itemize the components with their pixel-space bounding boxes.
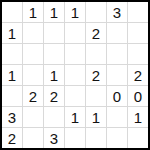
clue-number: 1 [71, 110, 79, 125]
cell-r2c1[interactable]: 1 [2, 23, 22, 43]
clue-number: 1 [134, 110, 142, 125]
clue-number: 3 [8, 110, 16, 125]
cell-r4c2[interactable] [23, 65, 43, 85]
cell-r3c1[interactable] [2, 44, 22, 64]
cell-r6c1[interactable]: 3 [2, 107, 22, 127]
clue-number: 2 [134, 68, 142, 83]
cell-r7c1[interactable]: 2 [2, 128, 22, 148]
cell-r7c4[interactable] [65, 128, 85, 148]
cell-r3c7[interactable] [128, 44, 148, 64]
cell-r5c6[interactable]: 0 [107, 86, 127, 106]
clue-number: 0 [113, 89, 121, 104]
cell-r5c1[interactable] [2, 86, 22, 106]
clue-number: 1 [71, 5, 79, 20]
cell-r7c2[interactable] [23, 128, 43, 148]
cell-r6c2[interactable] [23, 107, 43, 127]
cell-r5c7[interactable]: 0 [128, 86, 148, 106]
clue-number: 1 [29, 5, 37, 20]
cell-r6c7[interactable]: 1 [128, 107, 148, 127]
cell-r4c3[interactable]: 1 [44, 65, 64, 85]
clue-number: 1 [50, 5, 58, 20]
cell-r1c3[interactable]: 1 [44, 2, 64, 22]
cell-r3c5[interactable] [86, 44, 106, 64]
cell-r5c5[interactable] [86, 86, 106, 106]
clue-number: 2 [92, 68, 100, 83]
cell-r7c7[interactable] [128, 128, 148, 148]
clue-number: 1 [50, 68, 58, 83]
cell-r1c6[interactable]: 3 [107, 2, 127, 22]
clue-number: 1 [8, 26, 16, 41]
cell-r6c6[interactable] [107, 107, 127, 127]
clue-number: 2 [92, 26, 100, 41]
cell-r1c1[interactable] [2, 2, 22, 22]
cell-r4c5[interactable]: 2 [86, 65, 106, 85]
cell-r4c7[interactable]: 2 [128, 65, 148, 85]
clue-number: 1 [8, 68, 16, 83]
clue-number: 2 [8, 131, 16, 146]
cell-r7c3[interactable]: 3 [44, 128, 64, 148]
clue-number: 2 [50, 89, 58, 104]
cell-r2c7[interactable] [128, 23, 148, 43]
cell-r4c4[interactable] [65, 65, 85, 85]
cell-r1c5[interactable] [86, 2, 106, 22]
slitherlink-board[interactable]: 11131211222200311123 [0, 0, 150, 150]
clue-number: 3 [113, 5, 121, 20]
cell-r1c7[interactable] [128, 2, 148, 22]
cell-r3c3[interactable] [44, 44, 64, 64]
cell-r7c6[interactable] [107, 128, 127, 148]
cell-r3c2[interactable] [23, 44, 43, 64]
clue-number: 2 [29, 89, 37, 104]
cell-r6c5[interactable]: 1 [86, 107, 106, 127]
cell-r3c6[interactable] [107, 44, 127, 64]
cell-r4c6[interactable] [107, 65, 127, 85]
cell-r4c1[interactable]: 1 [2, 65, 22, 85]
cell-r2c4[interactable] [65, 23, 85, 43]
cell-r1c4[interactable]: 1 [65, 2, 85, 22]
cell-r2c3[interactable] [44, 23, 64, 43]
cell-r7c5[interactable] [86, 128, 106, 148]
cell-r2c5[interactable]: 2 [86, 23, 106, 43]
clue-number: 1 [92, 110, 100, 125]
cell-r5c2[interactable]: 2 [23, 86, 43, 106]
clue-number: 3 [50, 131, 58, 146]
cell-r2c6[interactable] [107, 23, 127, 43]
cell-r1c2[interactable]: 1 [23, 2, 43, 22]
cell-r2c2[interactable] [23, 23, 43, 43]
clue-number: 0 [134, 89, 142, 104]
cell-r5c4[interactable] [65, 86, 85, 106]
cell-r6c3[interactable] [44, 107, 64, 127]
cell-r5c3[interactable]: 2 [44, 86, 64, 106]
cell-r6c4[interactable]: 1 [65, 107, 85, 127]
cell-r3c4[interactable] [65, 44, 85, 64]
